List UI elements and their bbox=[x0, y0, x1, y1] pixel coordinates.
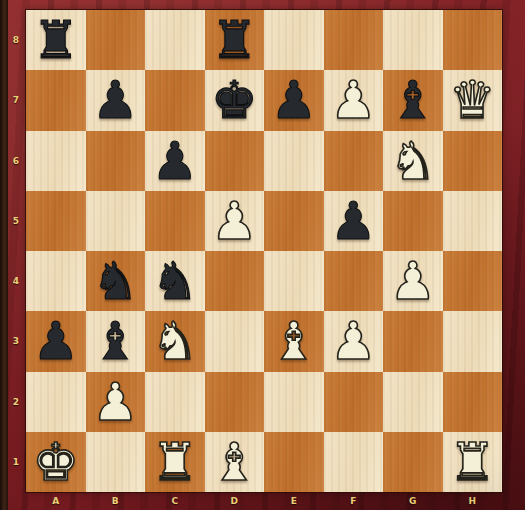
file-labels: ABCDEFGH bbox=[26, 492, 502, 510]
square-h8[interactable] bbox=[443, 10, 503, 70]
square-e6[interactable] bbox=[264, 131, 324, 191]
square-d6[interactable] bbox=[205, 131, 265, 191]
square-g7[interactable]: ♝ bbox=[383, 70, 443, 130]
board: ♜♜♟♚♟♟♝♛♟♞♟♟♞♞♟♟♝♞♝♟♟♚♜♝♜ bbox=[26, 10, 502, 492]
file-label-e: E bbox=[264, 492, 324, 510]
square-f3[interactable]: ♟ bbox=[324, 311, 384, 371]
square-g5[interactable] bbox=[383, 191, 443, 251]
square-f1[interactable] bbox=[324, 432, 384, 492]
square-e5[interactable] bbox=[264, 191, 324, 251]
piece-white-pawn[interactable]: ♟ bbox=[389, 252, 436, 310]
piece-black-king[interactable]: ♚ bbox=[211, 71, 258, 129]
square-b2[interactable]: ♟ bbox=[86, 372, 146, 432]
piece-white-pawn[interactable]: ♟ bbox=[92, 373, 139, 431]
piece-white-pawn[interactable]: ♟ bbox=[330, 312, 377, 370]
square-d1[interactable]: ♝ bbox=[205, 432, 265, 492]
square-c7[interactable] bbox=[145, 70, 205, 130]
square-a7[interactable] bbox=[26, 70, 86, 130]
piece-white-bishop[interactable]: ♝ bbox=[270, 312, 317, 370]
rank-label-4: 4 bbox=[7, 251, 25, 311]
square-c8[interactable] bbox=[145, 10, 205, 70]
file-label-f: F bbox=[324, 492, 384, 510]
square-e4[interactable] bbox=[264, 251, 324, 311]
square-d7[interactable]: ♚ bbox=[205, 70, 265, 130]
piece-white-knight[interactable]: ♞ bbox=[151, 312, 198, 370]
square-e3[interactable]: ♝ bbox=[264, 311, 324, 371]
piece-white-rook[interactable]: ♜ bbox=[449, 433, 496, 491]
piece-black-bishop[interactable]: ♝ bbox=[389, 71, 436, 129]
piece-white-pawn[interactable]: ♟ bbox=[330, 71, 377, 129]
piece-black-pawn[interactable]: ♟ bbox=[32, 312, 79, 370]
square-e1[interactable] bbox=[264, 432, 324, 492]
square-h3[interactable] bbox=[443, 311, 503, 371]
square-h5[interactable] bbox=[443, 191, 503, 251]
square-g4[interactable]: ♟ bbox=[383, 251, 443, 311]
square-a2[interactable] bbox=[26, 372, 86, 432]
square-e2[interactable] bbox=[264, 372, 324, 432]
square-f7[interactable]: ♟ bbox=[324, 70, 384, 130]
square-c2[interactable] bbox=[145, 372, 205, 432]
file-label-d: D bbox=[205, 492, 265, 510]
square-a8[interactable]: ♜ bbox=[26, 10, 86, 70]
square-a1[interactable]: ♚ bbox=[26, 432, 86, 492]
file-label-c: C bbox=[145, 492, 205, 510]
square-e8[interactable] bbox=[264, 10, 324, 70]
square-c6[interactable]: ♟ bbox=[145, 131, 205, 191]
square-g1[interactable] bbox=[383, 432, 443, 492]
square-f2[interactable] bbox=[324, 372, 384, 432]
piece-white-knight[interactable]: ♞ bbox=[389, 132, 436, 190]
square-d3[interactable] bbox=[205, 311, 265, 371]
square-g2[interactable] bbox=[383, 372, 443, 432]
rank-label-5: 5 bbox=[7, 191, 25, 251]
square-d2[interactable] bbox=[205, 372, 265, 432]
square-b5[interactable] bbox=[86, 191, 146, 251]
square-c1[interactable]: ♜ bbox=[145, 432, 205, 492]
piece-black-rook[interactable]: ♜ bbox=[211, 11, 258, 69]
piece-black-rook[interactable]: ♜ bbox=[32, 11, 79, 69]
piece-black-pawn[interactable]: ♟ bbox=[151, 132, 198, 190]
rank-label-8: 8 bbox=[7, 10, 25, 70]
square-g6[interactable]: ♞ bbox=[383, 131, 443, 191]
square-a6[interactable] bbox=[26, 131, 86, 191]
square-d5[interactable]: ♟ bbox=[205, 191, 265, 251]
file-label-a: A bbox=[26, 492, 86, 510]
square-b4[interactable]: ♞ bbox=[86, 251, 146, 311]
square-h1[interactable]: ♜ bbox=[443, 432, 503, 492]
square-a3[interactable]: ♟ bbox=[26, 311, 86, 371]
square-b6[interactable] bbox=[86, 131, 146, 191]
file-label-g: G bbox=[383, 492, 443, 510]
piece-white-king[interactable]: ♚ bbox=[32, 433, 79, 491]
piece-black-pawn[interactable]: ♟ bbox=[270, 71, 317, 129]
chess-board-frame: 87654321 ABCDEFGH ♜♜♟♚♟♟♝♛♟♞♟♟♞♞♟♟♝♞♝♟♟♚… bbox=[0, 0, 525, 510]
file-label-b: B bbox=[86, 492, 146, 510]
square-b3[interactable]: ♝ bbox=[86, 311, 146, 371]
square-f8[interactable] bbox=[324, 10, 384, 70]
piece-black-knight[interactable]: ♞ bbox=[151, 252, 198, 310]
piece-white-rook[interactable]: ♜ bbox=[151, 433, 198, 491]
square-h7[interactable]: ♛ bbox=[443, 70, 503, 130]
square-h4[interactable] bbox=[443, 251, 503, 311]
square-b1[interactable] bbox=[86, 432, 146, 492]
piece-black-pawn[interactable]: ♟ bbox=[330, 192, 377, 250]
square-b7[interactable]: ♟ bbox=[86, 70, 146, 130]
square-c5[interactable] bbox=[145, 191, 205, 251]
piece-black-pawn[interactable]: ♟ bbox=[92, 71, 139, 129]
piece-black-knight[interactable]: ♞ bbox=[92, 252, 139, 310]
piece-white-bishop[interactable]: ♝ bbox=[211, 433, 258, 491]
square-e7[interactable]: ♟ bbox=[264, 70, 324, 130]
square-f5[interactable]: ♟ bbox=[324, 191, 384, 251]
rank-labels: 87654321 bbox=[7, 10, 25, 492]
square-f6[interactable] bbox=[324, 131, 384, 191]
square-b8[interactable] bbox=[86, 10, 146, 70]
square-c3[interactable]: ♞ bbox=[145, 311, 205, 371]
file-label-h: H bbox=[443, 492, 503, 510]
square-a4[interactable] bbox=[26, 251, 86, 311]
piece-black-bishop[interactable]: ♝ bbox=[92, 312, 139, 370]
square-d4[interactable] bbox=[205, 251, 265, 311]
square-g8[interactable] bbox=[383, 10, 443, 70]
rank-label-1: 1 bbox=[7, 432, 25, 492]
square-c4[interactable]: ♞ bbox=[145, 251, 205, 311]
square-h6[interactable] bbox=[443, 131, 503, 191]
square-f4[interactable] bbox=[324, 251, 384, 311]
piece-white-pawn[interactable]: ♟ bbox=[211, 192, 258, 250]
rank-label-2: 2 bbox=[7, 372, 25, 432]
piece-white-queen[interactable]: ♛ bbox=[449, 71, 496, 129]
rank-label-3: 3 bbox=[7, 311, 25, 371]
square-h2[interactable] bbox=[443, 372, 503, 432]
square-d8[interactable]: ♜ bbox=[205, 10, 265, 70]
rank-label-6: 6 bbox=[7, 131, 25, 191]
rank-label-7: 7 bbox=[7, 70, 25, 130]
square-g3[interactable] bbox=[383, 311, 443, 371]
square-a5[interactable] bbox=[26, 191, 86, 251]
